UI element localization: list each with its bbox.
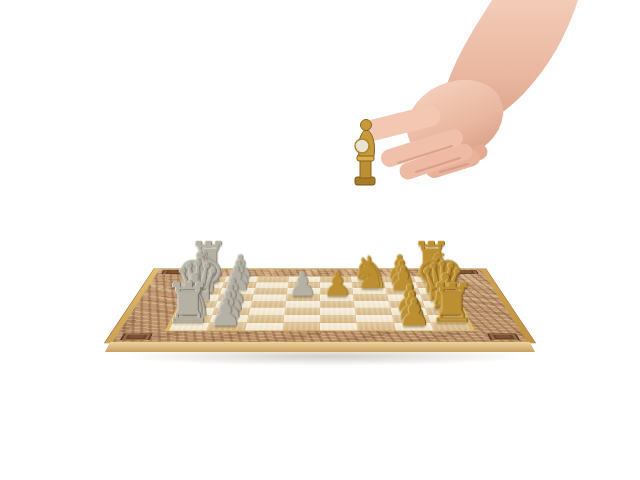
square-b6[interactable] bbox=[356, 315, 394, 323]
square-b5[interactable] bbox=[320, 315, 357, 323]
carved-relief-border: ♜♟♟♜♞♟♟♝♟♞♟♝♚♟♟♚♛♟♛♝♟♟♝♞♟♟♞♜♟♟♜ bbox=[113, 269, 527, 341]
square-b4[interactable] bbox=[283, 315, 320, 323]
board-grid: ♜♟♟♜♞♟♟♝♟♞♟♝♚♟♟♚♛♟♛♝♟♟♝♞♟♟♞♜♟♟♜ bbox=[169, 277, 471, 331]
square-a3[interactable] bbox=[245, 323, 284, 331]
corner-medallion-icon bbox=[120, 334, 153, 340]
piece-silver-rook-a1[interactable]: ♜ bbox=[164, 277, 212, 331]
piece-gold-pawn-e5[interactable]: ♟ bbox=[322, 268, 352, 301]
square-d3[interactable] bbox=[250, 301, 286, 308]
square-a5[interactable] bbox=[320, 323, 358, 331]
square-a2[interactable]: ♟ bbox=[207, 323, 247, 331]
square-f6[interactable]: ♞ bbox=[353, 288, 387, 294]
gold-trim: ♜♟♟♜♞♟♟♝♟♞♟♝♚♟♟♚♛♟♛♝♟♟♝♞♟♟♞♜♟♟♜ bbox=[165, 276, 475, 331]
square-c4[interactable] bbox=[284, 308, 320, 315]
square-g3[interactable] bbox=[255, 282, 288, 288]
greek-key-strip: ♜♟♟♜♞♟♟♝♟♞♟♝♚♟♟♚♛♟♛♝♟♟♝♞♟♟♞♜♟♟♜ bbox=[159, 275, 480, 332]
piece-silver-pawn-a2[interactable]: ♟ bbox=[209, 294, 242, 331]
square-d5[interactable] bbox=[320, 301, 355, 308]
square-d4[interactable] bbox=[285, 301, 320, 308]
square-a6[interactable] bbox=[357, 323, 396, 331]
piece-silver-pawn-e4[interactable]: ♟ bbox=[288, 268, 318, 301]
piece-gold-pawn-a7[interactable]: ♟ bbox=[398, 294, 431, 331]
square-e4[interactable]: ♟ bbox=[286, 294, 320, 301]
square-b3[interactable] bbox=[246, 315, 284, 323]
photo-stage: ♜♟♟♜♞♟♟♝♟♞♟♝♚♟♟♚♛♟♛♝♟♟♝♞♟♟♞♜♟♟♜ bbox=[0, 0, 640, 480]
square-c3[interactable] bbox=[248, 308, 285, 315]
square-c6[interactable] bbox=[355, 308, 392, 315]
chess-board: ♜♟♟♜♞♟♟♝♟♞♟♝♚♟♟♚♛♟♛♝♟♟♝♞♟♟♞♜♟♟♜ bbox=[105, 269, 535, 343]
board-front-edge bbox=[105, 342, 535, 352]
square-c5[interactable] bbox=[320, 308, 356, 315]
square-a8[interactable]: ♜ bbox=[430, 323, 471, 331]
piece-gold-knight-f6[interactable]: ♞ bbox=[350, 250, 390, 294]
corner-medallion-icon bbox=[487, 334, 520, 340]
piece-gold-rook-a8[interactable]: ♜ bbox=[428, 277, 476, 331]
board-scene: ♜♟♟♜♞♟♟♝♟♞♟♝♚♟♟♚♛♟♛♝♟♟♝♞♟♟♞♜♟♟♜ bbox=[105, 0, 535, 343]
square-a4[interactable] bbox=[282, 323, 320, 331]
board-floor-shadow bbox=[120, 350, 530, 366]
square-d6[interactable] bbox=[354, 301, 390, 308]
square-a1[interactable]: ♜ bbox=[169, 323, 210, 331]
square-e5[interactable]: ♟ bbox=[320, 294, 354, 301]
